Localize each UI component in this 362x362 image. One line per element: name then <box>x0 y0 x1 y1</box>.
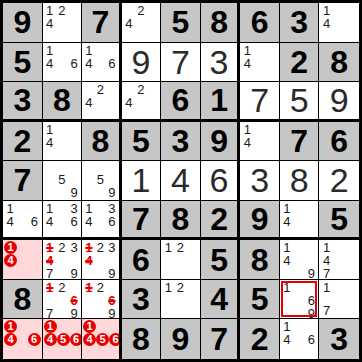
cell-value: 1 <box>131 163 150 197</box>
cell-value: 8 <box>91 125 109 157</box>
candidate-4: 4 <box>83 215 95 228</box>
cell-r2c4[interactable]: 9 <box>122 43 162 83</box>
candidate-grid: 14 <box>241 123 278 160</box>
candidate-grid: 24 <box>83 83 118 118</box>
cell-value: 8 <box>290 163 309 197</box>
cell-r4c1[interactable]: 2 <box>3 122 43 162</box>
candidate-1: 1 <box>162 241 174 254</box>
candidate-5-marked: 5 <box>57 333 70 346</box>
cell-r2c5[interactable]: 7 <box>161 43 201 83</box>
cell-r8c7[interactable]: 5 <box>240 280 280 320</box>
cell-value: 6 <box>132 244 150 276</box>
cell-value: 5 <box>210 244 228 276</box>
cell-value: 6 <box>210 163 229 197</box>
cell-r9c7[interactable]: 2 <box>240 319 280 359</box>
cell-value: 3 <box>330 323 348 355</box>
candidate-3: 3 <box>68 202 80 215</box>
candidate-4-marked: 4 <box>4 333 17 346</box>
cell-value: 8 <box>53 84 71 116</box>
candidate-1-eliminated: 1 <box>44 281 56 294</box>
candidate-4: 4 <box>281 215 293 228</box>
candidate-4: 4 <box>123 96 135 109</box>
cell-value: 1 <box>210 84 228 116</box>
cell-r5c5[interactable]: 4 <box>161 161 201 201</box>
cell-r1c2[interactable]: 124 <box>43 3 83 43</box>
candidate-2: 2 <box>174 241 186 254</box>
cell-r7c3[interactable]: 12349 <box>82 240 122 280</box>
candidate-grid: 12349 <box>83 241 118 278</box>
cell-r4c8[interactable]: 7 <box>280 122 320 162</box>
candidate-grid: 14 <box>44 123 81 160</box>
cell-r3c9[interactable]: 9 <box>319 82 359 122</box>
candidate-grid: 124 <box>44 4 81 41</box>
cell-value: 7 <box>132 203 150 235</box>
candidate-grid: 17 <box>320 281 358 318</box>
candidate-2: 2 <box>135 83 147 96</box>
cell-r9c3[interactable]: 1456 <box>82 319 122 359</box>
cell-value: 6 <box>330 125 348 157</box>
candidate-7: 7 <box>320 267 333 280</box>
cell-r5c7[interactable]: 3 <box>240 161 280 201</box>
candidate-3: 3 <box>106 202 118 215</box>
cell-r4c5[interactable]: 3 <box>161 122 201 162</box>
candidate-6: 6 <box>305 294 317 307</box>
cell-value: 7 <box>290 125 308 157</box>
cell-r8c9[interactable]: 17 <box>319 280 359 320</box>
candidate-grid: 1346 <box>83 202 118 237</box>
cell-value: 9 <box>172 323 190 355</box>
candidate-6: 6 <box>68 57 80 70</box>
cell-r6c3[interactable]: 1346 <box>82 201 122 241</box>
cell-value: 2 <box>290 46 308 78</box>
cell-value: 5 <box>330 203 348 235</box>
cell-r3c7[interactable]: 7 <box>240 82 280 122</box>
cell-r7c6[interactable]: 5 <box>201 240 241 280</box>
cell-r6c5[interactable]: 8 <box>161 201 201 241</box>
cell-r5c1[interactable]: 7 <box>3 161 43 201</box>
candidate-grid: 59 <box>83 162 118 199</box>
cell-r4c2[interactable]: 14 <box>43 122 83 162</box>
cell-r2c3[interactable]: 146 <box>82 43 122 83</box>
candidate-grid: 1456 <box>83 320 118 358</box>
cell-r2c8[interactable]: 2 <box>280 43 320 83</box>
cell-value: 9 <box>131 45 150 79</box>
cell-r2c9[interactable]: 8 <box>319 43 359 83</box>
cell-r9c1[interactable]: 146 <box>3 319 43 359</box>
candidate-grid: 169 <box>281 281 318 318</box>
cell-r8c8[interactable]: 169 <box>280 280 320 320</box>
cell-r7c1[interactable]: 14 <box>3 240 43 280</box>
candidate-6-marked: 6 <box>109 333 122 346</box>
candidate-9: 9 <box>305 307 317 320</box>
cell-r2c1[interactable]: 5 <box>3 43 43 83</box>
candidate-1: 1 <box>44 44 56 57</box>
candidate-grid: 146 <box>281 320 318 358</box>
cell-value: 2 <box>330 163 349 197</box>
cell-r9c5[interactable]: 9 <box>161 319 201 359</box>
candidate-2: 2 <box>95 83 107 96</box>
cell-value: 3 <box>132 283 150 315</box>
cell-r3c5[interactable]: 6 <box>161 82 201 122</box>
cell-value: 8 <box>210 6 228 38</box>
cell-r4c4[interactable]: 5 <box>122 122 162 162</box>
cell-r8c1[interactable]: 8 <box>3 280 43 320</box>
candidate-1: 1 <box>44 123 56 136</box>
cell-value: 2 <box>251 323 269 355</box>
cell-value: 3 <box>290 6 308 38</box>
candidate-grid: 14 <box>281 202 318 237</box>
candidate-grid: 24 <box>123 83 160 118</box>
cell-r4c6[interactable]: 9 <box>201 122 241 162</box>
cell-r6c2[interactable]: 1346 <box>43 201 83 241</box>
sudoku-board: 9124724586314514614697314283824246175921… <box>0 0 362 362</box>
cell-value: 7 <box>171 45 190 79</box>
candidate-grid: 12679 <box>44 281 81 318</box>
candidate-9: 9 <box>68 267 80 280</box>
cell-r8c6[interactable]: 4 <box>201 280 241 320</box>
cell-value: 5 <box>172 6 190 38</box>
cell-r5c4[interactable]: 1 <box>122 161 162 201</box>
candidate-grid: 14 <box>320 4 358 41</box>
cell-value: 2 <box>210 203 228 235</box>
cell-value: 3 <box>13 84 31 116</box>
candidate-2: 2 <box>56 281 68 294</box>
candidate-2: 2 <box>56 241 68 254</box>
cell-r5c6[interactable]: 6 <box>201 161 241 201</box>
cell-r9c2[interactable]: 1456 <box>43 319 83 359</box>
candidate-6: 6 <box>106 57 118 70</box>
cell-r3c3[interactable]: 24 <box>82 82 122 122</box>
candidate-4: 4 <box>320 17 333 30</box>
candidate-4: 4 <box>83 96 95 109</box>
cell-r4c7[interactable]: 14 <box>240 122 280 162</box>
cell-r9c4[interactable]: 8 <box>122 319 162 359</box>
candidate-6-eliminated: 6 <box>106 294 118 307</box>
candidate-9: 9 <box>106 186 118 199</box>
candidate-4-marked: 4 <box>83 333 96 346</box>
candidate-1: 1 <box>241 44 253 57</box>
cell-value: 8 <box>13 283 31 315</box>
candidate-grid: 14 <box>241 44 278 81</box>
candidate-grid: 149 <box>281 241 318 278</box>
cell-value: 5 <box>132 125 150 157</box>
cell-r3c4[interactable]: 24 <box>122 82 162 122</box>
cell-value: 5 <box>290 83 309 117</box>
candidate-1: 1 <box>162 281 174 294</box>
candidate-grid: 59 <box>44 162 81 199</box>
candidate-4: 4 <box>83 57 95 70</box>
cell-r8c3[interactable]: 1269 <box>82 280 122 320</box>
candidate-grid: 1346 <box>44 202 81 237</box>
candidate-4-marked: 4 <box>4 254 17 267</box>
candidate-9: 9 <box>68 186 80 199</box>
cell-value: 8 <box>251 244 269 276</box>
cell-r4c9[interactable]: 6 <box>319 122 359 162</box>
candidate-grid: 146 <box>83 44 118 81</box>
cell-value: 3 <box>210 45 229 79</box>
candidate-grid: 24 <box>123 4 160 41</box>
cell-r1c3[interactable]: 7 <box>82 3 122 43</box>
cell-r3c2[interactable]: 8 <box>43 82 83 122</box>
cell-value: 7 <box>13 164 31 196</box>
cell-r5c3[interactable]: 59 <box>82 161 122 201</box>
cell-value: 3 <box>172 125 190 157</box>
candidate-4: 4 <box>241 57 253 70</box>
candidate-grid: 1456 <box>44 320 81 358</box>
cell-value: 5 <box>251 283 269 315</box>
cell-value: 9 <box>210 125 228 157</box>
cell-value: 6 <box>251 6 269 38</box>
cell-r7c7[interactable]: 8 <box>240 240 280 280</box>
candidate-9: 9 <box>68 307 80 320</box>
candidate-4-marked: 4 <box>44 333 57 346</box>
candidate-4: 4 <box>44 215 56 228</box>
candidate-6: 6 <box>305 333 317 346</box>
candidate-5: 5 <box>95 173 107 186</box>
candidate-grid: 146 <box>44 44 81 81</box>
candidate-1: 1 <box>44 202 56 215</box>
cell-value: 4 <box>210 283 228 315</box>
cell-r1c7[interactable]: 6 <box>240 3 280 43</box>
candidate-grid: 1269 <box>83 281 118 318</box>
cell-r3c8[interactable]: 5 <box>280 82 320 122</box>
candidate-2: 2 <box>135 4 147 17</box>
candidate-grid: 146 <box>4 202 41 237</box>
candidate-6-marked: 6 <box>70 333 83 346</box>
candidate-9: 9 <box>305 267 317 280</box>
cell-r8c4[interactable]: 3 <box>122 280 162 320</box>
cell-r6c9[interactable]: 5 <box>319 201 359 241</box>
candidate-6-marked: 6 <box>28 333 41 346</box>
candidate-1-marked: 1 <box>44 320 57 333</box>
candidate-4: 4 <box>123 17 135 30</box>
cell-r2c7[interactable]: 14 <box>240 43 280 83</box>
candidate-4: 4 <box>44 17 56 30</box>
candidate-1: 1 <box>281 202 293 215</box>
candidate-4: 4 <box>4 215 16 228</box>
cell-r6c7[interactable]: 9 <box>240 201 280 241</box>
candidate-7: 7 <box>44 267 56 280</box>
candidate-1-marked: 1 <box>4 320 17 333</box>
cell-r3c6[interactable]: 1 <box>201 82 241 122</box>
cell-value: 8 <box>330 46 348 78</box>
cell-r6c6[interactable]: 2 <box>201 201 241 241</box>
candidate-7: 7 <box>44 307 56 320</box>
cell-r2c2[interactable]: 146 <box>43 43 83 83</box>
candidate-1-marked: 1 <box>83 320 96 333</box>
cell-value: 8 <box>172 203 190 235</box>
cell-r1c1[interactable]: 9 <box>3 3 43 43</box>
cell-value: 5 <box>13 46 31 78</box>
cell-value: 9 <box>251 203 269 235</box>
cell-r7c5[interactable]: 12 <box>161 240 201 280</box>
cell-value: 6 <box>172 84 190 116</box>
candidate-1: 1 <box>241 123 253 136</box>
cell-value: 2 <box>13 125 31 157</box>
cell-value: 7 <box>91 6 109 38</box>
cell-r7c2[interactable]: 123479 <box>43 240 83 280</box>
cell-value: 4 <box>171 163 190 197</box>
cell-value: 9 <box>330 83 349 117</box>
candidate-2: 2 <box>95 281 107 294</box>
cell-r5c9[interactable]: 2 <box>319 161 359 201</box>
candidate-6-eliminated: 6 <box>68 294 80 307</box>
candidate-grid: 12 <box>162 241 199 278</box>
candidate-1: 1 <box>83 44 95 57</box>
cell-r9c8[interactable]: 146 <box>280 319 320 359</box>
candidate-3: 3 <box>68 241 80 254</box>
candidate-1-marked: 1 <box>4 241 17 254</box>
cell-r8c2[interactable]: 12679 <box>43 280 83 320</box>
cell-r7c9[interactable]: 147 <box>319 240 359 280</box>
candidate-6: 6 <box>28 215 40 228</box>
cell-r9c9[interactable]: 3 <box>319 319 359 359</box>
candidate-grid: 12 <box>162 281 199 318</box>
candidate-6: 6 <box>68 215 80 228</box>
candidate-4: 4 <box>241 136 253 149</box>
cell-value: 7 <box>250 83 269 117</box>
cell-r6c8[interactable]: 14 <box>280 201 320 241</box>
cell-r7c8[interactable]: 149 <box>280 240 320 280</box>
cell-r3c1[interactable]: 3 <box>3 82 43 122</box>
cell-r7c4[interactable]: 6 <box>122 240 162 280</box>
cell-value: 7 <box>210 323 228 355</box>
candidate-2: 2 <box>95 241 107 254</box>
candidate-7: 7 <box>320 304 333 317</box>
cell-r1c4[interactable]: 24 <box>122 3 162 43</box>
cell-r1c5[interactable]: 5 <box>161 3 201 43</box>
candidate-9: 9 <box>106 267 118 280</box>
candidate-1: 1 <box>83 202 95 215</box>
cell-r5c8[interactable]: 8 <box>280 161 320 201</box>
candidate-5: 5 <box>56 173 68 186</box>
cell-r6c4[interactable]: 7 <box>122 201 162 241</box>
candidate-3: 3 <box>106 241 118 254</box>
candidate-grid: 147 <box>320 241 358 278</box>
candidate-9: 9 <box>106 307 118 320</box>
candidate-4: 4 <box>44 136 56 149</box>
candidate-1: 1 <box>281 281 293 294</box>
candidate-4: 4 <box>281 333 293 346</box>
candidate-1: 1 <box>320 281 333 294</box>
cell-r8c5[interactable]: 12 <box>161 280 201 320</box>
candidate-6: 6 <box>106 215 118 228</box>
cell-value: 9 <box>13 6 31 38</box>
cell-value: 8 <box>132 323 150 355</box>
cell-r1c8[interactable]: 3 <box>280 3 320 43</box>
cell-r9c6[interactable]: 7 <box>201 319 241 359</box>
cell-value: 3 <box>250 163 269 197</box>
cell-r4c3[interactable]: 8 <box>82 122 122 162</box>
candidate-grid: 146 <box>4 320 41 358</box>
candidate-5-marked: 5 <box>96 333 109 346</box>
candidate-4: 4 <box>44 57 56 70</box>
candidate-1-eliminated: 1 <box>83 281 95 294</box>
candidate-2: 2 <box>174 281 186 294</box>
candidate-1: 1 <box>4 202 16 215</box>
candidate-4: 4 <box>281 254 293 267</box>
candidate-grid: 123479 <box>44 241 81 278</box>
candidate-grid: 14 <box>4 241 41 278</box>
cell-r6c1[interactable]: 146 <box>3 201 43 241</box>
cell-r2c6[interactable]: 3 <box>201 43 241 83</box>
candidate-2: 2 <box>56 4 68 17</box>
cell-r1c9[interactable]: 14 <box>319 3 359 43</box>
cell-r5c2[interactable]: 59 <box>43 161 83 201</box>
candidate-4-eliminated: 4 <box>83 254 95 267</box>
cell-r1c6[interactable]: 8 <box>201 3 241 43</box>
